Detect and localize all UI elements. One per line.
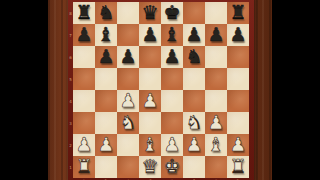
- piece-black-knight[interactable]: ♞: [95, 2, 117, 24]
- piece-white-pawn[interactable]: ♟: [117, 90, 139, 112]
- rank-label-2: 2: [68, 134, 73, 156]
- piece-black-bishop[interactable]: ♝: [161, 24, 183, 46]
- piece-black-king[interactable]: ♚: [161, 2, 183, 24]
- square-h7[interactable]: ♟: [227, 24, 249, 46]
- square-d4[interactable]: ♟: [139, 90, 161, 112]
- square-d3[interactable]: [139, 112, 161, 134]
- square-f7[interactable]: ♟: [183, 24, 205, 46]
- square-d7[interactable]: ♟: [139, 24, 161, 46]
- rank-label-3: 3: [68, 112, 73, 134]
- piece-white-bishop[interactable]: ♝: [139, 134, 161, 156]
- square-h4[interactable]: [227, 90, 249, 112]
- square-a4[interactable]: [73, 90, 95, 112]
- square-g4[interactable]: [205, 90, 227, 112]
- square-c2[interactable]: [117, 134, 139, 156]
- square-a5[interactable]: [73, 68, 95, 90]
- square-f1[interactable]: [183, 156, 205, 178]
- piece-black-pawn[interactable]: ♟: [95, 46, 117, 68]
- square-f2[interactable]: ♟: [183, 134, 205, 156]
- piece-white-knight[interactable]: ♞: [117, 112, 139, 134]
- square-f3[interactable]: ♞: [183, 112, 205, 134]
- square-d6[interactable]: [139, 46, 161, 68]
- piece-white-bishop[interactable]: ♝: [205, 134, 227, 156]
- square-c7[interactable]: [117, 24, 139, 46]
- square-b3[interactable]: [95, 112, 117, 134]
- letterbox-left: [0, 0, 48, 180]
- square-h3[interactable]: [227, 112, 249, 134]
- square-e1[interactable]: ♚: [161, 156, 183, 178]
- square-f6[interactable]: ♞: [183, 46, 205, 68]
- square-d2[interactable]: ♝: [139, 134, 161, 156]
- piece-white-pawn[interactable]: ♟: [95, 134, 117, 156]
- square-d8[interactable]: ♛: [139, 2, 161, 24]
- square-e2[interactable]: ♟: [161, 134, 183, 156]
- piece-black-pawn[interactable]: ♟: [139, 24, 161, 46]
- piece-black-queen[interactable]: ♛: [139, 2, 161, 24]
- file-label-a: a: [73, 178, 95, 180]
- square-d5[interactable]: [139, 68, 161, 90]
- square-e7[interactable]: ♝: [161, 24, 183, 46]
- square-h1[interactable]: ♜: [227, 156, 249, 178]
- chessboard: ♜♞♛♚♜♟♝♟♝♟♟♟♟♟♟♞♟♟♞♞♟♟♟♝♟♟♝♟♜♛♚♜: [73, 2, 249, 178]
- piece-black-bishop[interactable]: ♝: [95, 24, 117, 46]
- square-b7[interactable]: ♝: [95, 24, 117, 46]
- rank-label-4: 4: [68, 90, 73, 112]
- square-g8[interactable]: [205, 2, 227, 24]
- square-h8[interactable]: ♜: [227, 2, 249, 24]
- square-h6[interactable]: [227, 46, 249, 68]
- piece-white-rook[interactable]: ♜: [227, 156, 249, 178]
- square-h5[interactable]: [227, 68, 249, 90]
- rank-label-5: 5: [68, 68, 73, 90]
- file-label-d: d: [139, 178, 161, 180]
- piece-black-pawn[interactable]: ♟: [227, 24, 249, 46]
- file-label-c: c: [117, 178, 139, 180]
- square-b1[interactable]: [95, 156, 117, 178]
- letterbox-right: [272, 0, 320, 180]
- piece-white-rook[interactable]: ♜: [73, 156, 95, 178]
- square-b4[interactable]: [95, 90, 117, 112]
- square-e5[interactable]: [161, 68, 183, 90]
- file-label-b: b: [95, 178, 117, 180]
- square-c6[interactable]: ♟: [117, 46, 139, 68]
- square-c8[interactable]: [117, 2, 139, 24]
- file-label-f: f: [183, 178, 205, 180]
- file-label-h: h: [227, 178, 249, 180]
- square-a3[interactable]: [73, 112, 95, 134]
- square-g7[interactable]: ♟: [205, 24, 227, 46]
- square-g1[interactable]: [205, 156, 227, 178]
- piece-white-pawn[interactable]: ♟: [205, 112, 227, 134]
- file-label-g: g: [205, 178, 227, 180]
- square-g5[interactable]: [205, 68, 227, 90]
- board-frame: ♜♞♛♚♜♟♝♟♝♟♟♟♟♟♟♞♟♟♞♞♟♟♟♝♟♟♝♟♜♛♚♜ 8765432…: [68, 0, 254, 180]
- piece-white-pawn[interactable]: ♟: [73, 134, 95, 156]
- square-b6[interactable]: ♟: [95, 46, 117, 68]
- square-e6[interactable]: ♟: [161, 46, 183, 68]
- piece-white-pawn[interactable]: ♟: [161, 134, 183, 156]
- piece-black-rook[interactable]: ♜: [73, 2, 95, 24]
- piece-white-pawn[interactable]: ♟: [183, 134, 205, 156]
- screenshot-stage: ♜♞♛♚♜♟♝♟♝♟♟♟♟♟♟♞♟♟♞♞♟♟♟♝♟♟♝♟♜♛♚♜ 8765432…: [0, 0, 320, 180]
- piece-black-pawn[interactable]: ♟: [205, 24, 227, 46]
- square-g2[interactable]: ♝: [205, 134, 227, 156]
- file-label-e: e: [161, 178, 183, 180]
- square-c1[interactable]: [117, 156, 139, 178]
- square-e8[interactable]: ♚: [161, 2, 183, 24]
- square-g6[interactable]: [205, 46, 227, 68]
- rank-label-1: 1: [68, 156, 73, 178]
- square-a8[interactable]: ♜: [73, 2, 95, 24]
- square-c5[interactable]: [117, 68, 139, 90]
- square-b8[interactable]: ♞: [95, 2, 117, 24]
- square-f5[interactable]: [183, 68, 205, 90]
- piece-black-rook[interactable]: ♜: [227, 2, 249, 24]
- square-d1[interactable]: ♛: [139, 156, 161, 178]
- square-f8[interactable]: [183, 2, 205, 24]
- square-a2[interactable]: ♟: [73, 134, 95, 156]
- piece-black-pawn[interactable]: ♟: [161, 46, 183, 68]
- rank-label-6: 6: [68, 46, 73, 68]
- square-a6[interactable]: [73, 46, 95, 68]
- piece-white-pawn[interactable]: ♟: [227, 134, 249, 156]
- square-a7[interactable]: ♟: [73, 24, 95, 46]
- square-f4[interactable]: [183, 90, 205, 112]
- piece-white-king[interactable]: ♚: [161, 156, 183, 178]
- piece-black-pawn[interactable]: ♟: [73, 24, 95, 46]
- square-b2[interactable]: ♟: [95, 134, 117, 156]
- square-e3[interactable]: [161, 112, 183, 134]
- piece-white-pawn[interactable]: ♟: [139, 90, 161, 112]
- square-a1[interactable]: ♜: [73, 156, 95, 178]
- square-g3[interactable]: ♟: [205, 112, 227, 134]
- piece-white-queen[interactable]: ♛: [139, 156, 161, 178]
- piece-black-pawn[interactable]: ♟: [117, 46, 139, 68]
- piece-black-pawn[interactable]: ♟: [183, 24, 205, 46]
- square-c4[interactable]: ♟: [117, 90, 139, 112]
- square-e4[interactable]: [161, 90, 183, 112]
- piece-black-knight[interactable]: ♞: [183, 46, 205, 68]
- square-b5[interactable]: [95, 68, 117, 90]
- rank-label-7: 7: [68, 24, 73, 46]
- square-h2[interactable]: ♟: [227, 134, 249, 156]
- rank-label-8: 8: [68, 2, 73, 24]
- square-c3[interactable]: ♞: [117, 112, 139, 134]
- piece-white-knight[interactable]: ♞: [183, 112, 205, 134]
